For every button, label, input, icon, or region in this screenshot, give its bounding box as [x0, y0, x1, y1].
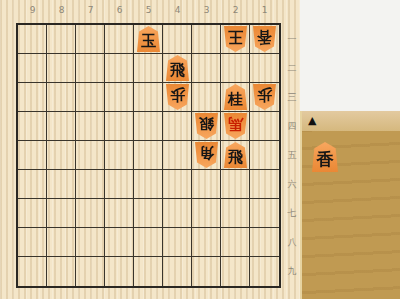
piece-kanji: 玉 [141, 30, 156, 52]
piece-kanji: 香 [317, 146, 334, 172]
square-46[interactable] [163, 170, 192, 199]
komadai-header: ▲ [302, 111, 400, 131]
square-16[interactable] [250, 170, 279, 199]
square-27[interactable] [221, 199, 250, 228]
rank-label-3: 三 [284, 83, 300, 112]
square-77[interactable] [76, 199, 105, 228]
piece-kanji: 歩 [257, 84, 272, 106]
square-31[interactable] [192, 25, 221, 54]
right-panel: ▲ 香 [300, 0, 400, 299]
square-62[interactable] [105, 54, 134, 83]
square-12[interactable] [250, 54, 279, 83]
hand-lance[interactable]: 香 [312, 142, 338, 172]
square-99[interactable] [18, 257, 47, 286]
square-71[interactable] [76, 25, 105, 54]
square-75[interactable] [76, 141, 105, 170]
square-28[interactable] [221, 228, 250, 257]
square-44[interactable] [163, 112, 192, 141]
square-65[interactable] [105, 141, 134, 170]
rank-label-6: 六 [284, 170, 300, 199]
square-81[interactable] [47, 25, 76, 54]
file-labels: 987654321 [18, 2, 279, 18]
square-58[interactable] [134, 228, 163, 257]
square-82[interactable] [47, 54, 76, 83]
square-74[interactable] [76, 112, 105, 141]
square-41[interactable] [163, 25, 192, 54]
square-49[interactable] [163, 257, 192, 286]
rank-labels: 一二三四五六七八九 [284, 25, 300, 286]
square-86[interactable] [47, 170, 76, 199]
square-22[interactable] [221, 54, 250, 83]
rank-label-5: 五 [284, 141, 300, 170]
square-93[interactable] [18, 83, 47, 112]
rank-label-1: 一 [284, 25, 300, 54]
square-45[interactable] [163, 141, 192, 170]
square-95[interactable] [18, 141, 47, 170]
square-53[interactable] [134, 83, 163, 112]
square-84[interactable] [47, 112, 76, 141]
square-55[interactable] [134, 141, 163, 170]
square-67[interactable] [105, 199, 134, 228]
square-14[interactable] [250, 112, 279, 141]
file-label-7: 7 [76, 2, 105, 18]
shogi-app: 987654321 一二三四五六七八九 玉王香飛歩桂歩銀馬角飛 ▲ 香 [0, 0, 400, 299]
square-48[interactable] [163, 228, 192, 257]
file-label-1: 1 [250, 2, 279, 18]
square-78[interactable] [76, 228, 105, 257]
rank-label-7: 七 [284, 199, 300, 228]
file-label-9: 9 [18, 2, 47, 18]
square-26[interactable] [221, 170, 250, 199]
square-59[interactable] [134, 257, 163, 286]
piece-kanji: 角 [199, 142, 214, 164]
square-36[interactable] [192, 170, 221, 199]
piece-kanji: 馬 [228, 113, 243, 135]
square-73[interactable] [76, 83, 105, 112]
square-89[interactable] [47, 257, 76, 286]
file-label-5: 5 [134, 2, 163, 18]
sente-turn-indicator: ▲ [308, 114, 316, 128]
square-76[interactable] [76, 170, 105, 199]
square-15[interactable] [250, 141, 279, 170]
piece-kanji: 銀 [199, 113, 214, 135]
rank-label-9: 九 [284, 257, 300, 286]
square-92[interactable] [18, 54, 47, 83]
square-18[interactable] [250, 228, 279, 257]
piece-kanji: 飛 [170, 59, 185, 81]
square-64[interactable] [105, 112, 134, 141]
sente-komadai: ▲ 香 [300, 111, 400, 299]
file-label-6: 6 [105, 2, 134, 18]
square-17[interactable] [250, 199, 279, 228]
gote-hand-area [300, 0, 400, 111]
file-label-4: 4 [163, 2, 192, 18]
shogi-board: 987654321 一二三四五六七八九 玉王香飛歩桂歩銀馬角飛 [0, 0, 300, 299]
square-33[interactable] [192, 83, 221, 112]
square-19[interactable] [250, 257, 279, 286]
square-88[interactable] [47, 228, 76, 257]
square-68[interactable] [105, 228, 134, 257]
square-79[interactable] [76, 257, 105, 286]
square-87[interactable] [47, 199, 76, 228]
square-91[interactable] [18, 25, 47, 54]
square-94[interactable] [18, 112, 47, 141]
square-66[interactable] [105, 170, 134, 199]
square-85[interactable] [47, 141, 76, 170]
square-96[interactable] [18, 170, 47, 199]
piece-kanji: 歩 [170, 84, 185, 106]
square-32[interactable] [192, 54, 221, 83]
piece-kanji: 飛 [228, 146, 243, 168]
square-47[interactable] [163, 199, 192, 228]
board-grid: 玉王香飛歩桂歩銀馬角飛 [16, 23, 281, 288]
square-37[interactable] [192, 199, 221, 228]
file-label-3: 3 [192, 2, 221, 18]
square-57[interactable] [134, 199, 163, 228]
piece-kanji: 王 [228, 26, 243, 48]
square-63[interactable] [105, 83, 134, 112]
rank-label-2: 二 [284, 54, 300, 83]
rank-label-8: 八 [284, 228, 300, 257]
square-98[interactable] [18, 228, 47, 257]
file-label-8: 8 [47, 2, 76, 18]
rank-label-4: 四 [284, 112, 300, 141]
square-39[interactable] [192, 257, 221, 286]
square-61[interactable] [105, 25, 134, 54]
square-29[interactable] [221, 257, 250, 286]
square-38[interactable] [192, 228, 221, 257]
square-69[interactable] [105, 257, 134, 286]
piece-kanji: 桂 [228, 88, 243, 110]
square-56[interactable] [134, 170, 163, 199]
square-83[interactable] [47, 83, 76, 112]
square-97[interactable] [18, 199, 47, 228]
square-72[interactable] [76, 54, 105, 83]
piece-kanji: 香 [257, 26, 272, 48]
square-54[interactable] [134, 112, 163, 141]
file-label-2: 2 [221, 2, 250, 18]
square-52[interactable] [134, 54, 163, 83]
